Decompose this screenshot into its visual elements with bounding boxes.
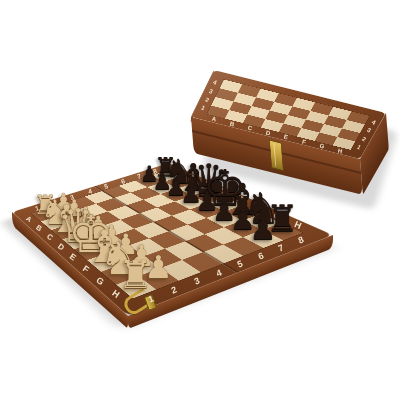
brass-clasp	[269, 139, 284, 171]
product-photo-scene: AAABBBCCCDDDEEEFFFGGGHHH1122334455667788…	[0, 0, 400, 400]
